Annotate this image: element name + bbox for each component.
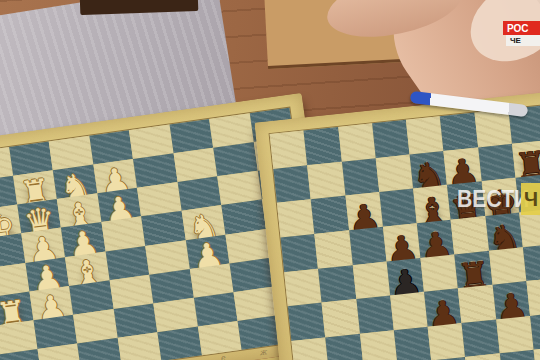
square-е1 bbox=[197, 321, 241, 355]
square-а2 bbox=[291, 337, 329, 360]
square-д5: ♟ bbox=[417, 220, 455, 258]
square-в7 bbox=[341, 158, 379, 196]
square-е4: ♜ bbox=[454, 250, 492, 288]
square-в6: ♟ bbox=[345, 192, 383, 230]
square-ж8 bbox=[474, 109, 512, 147]
square-а6 bbox=[277, 199, 315, 237]
tv-frame: ♜♞♟♚♛♝♟♟♟♞♟♝♟♜♟ абвгдежз 87654321 ♞♟♜♟♝♛… bbox=[0, 0, 540, 360]
square-д6: ♝ bbox=[413, 185, 451, 223]
channel-region-text: ЧЕ bbox=[510, 36, 521, 45]
square-д4 bbox=[420, 254, 458, 292]
square-в5 bbox=[349, 227, 387, 265]
square-ж2 bbox=[496, 316, 534, 354]
right-chessboard: ♞♟♜♟♝♛♚♟♟♞♟♜♟♟ абвгдежз 87654321 bbox=[254, 91, 540, 360]
square-е2 bbox=[462, 319, 500, 357]
square-г3 bbox=[390, 292, 428, 330]
square-е8 bbox=[440, 113, 478, 151]
square-а8 bbox=[270, 131, 308, 169]
square-г4: ♟ bbox=[386, 258, 424, 296]
vesti-watermark-badge: Ч bbox=[521, 183, 540, 215]
vesti-watermark: ВЕСТИ bbox=[457, 186, 529, 213]
square-б8 bbox=[304, 127, 342, 165]
square-а4 bbox=[284, 268, 322, 306]
channel-logo-text: РОС bbox=[507, 23, 529, 34]
square-д2 bbox=[428, 323, 466, 360]
square-д3: ♟ bbox=[424, 288, 462, 326]
square-б7 bbox=[307, 161, 345, 199]
square-д7: ♞ bbox=[410, 151, 448, 189]
square-б6 bbox=[311, 196, 349, 234]
right-board-grid: ♞♟♜♟♝♛♚♟♟♞♟♜♟♟ bbox=[269, 104, 540, 360]
square-в3 bbox=[356, 296, 394, 334]
square-г5: ♟ bbox=[383, 223, 421, 261]
square-з7: ♜ bbox=[512, 140, 540, 178]
vesti-watermark-text: ВЕСТИ bbox=[457, 186, 529, 212]
channel-logo: РОС bbox=[503, 21, 540, 35]
square-г8 bbox=[372, 120, 410, 158]
square-а5 bbox=[281, 234, 319, 272]
square-ж4 bbox=[488, 247, 526, 285]
square-б3 bbox=[322, 299, 360, 337]
square-в4 bbox=[352, 261, 390, 299]
square-б5 bbox=[315, 230, 353, 268]
square-г1 bbox=[117, 332, 161, 360]
square-е7: ♟ bbox=[444, 147, 482, 185]
square-е5 bbox=[451, 216, 489, 254]
square-г2 bbox=[394, 326, 432, 360]
square-б4 bbox=[318, 265, 356, 303]
channel-region-label: ЧЕ bbox=[506, 35, 540, 46]
vesti-badge-text: Ч bbox=[524, 188, 538, 211]
square-з4 bbox=[523, 243, 540, 281]
square-е3 bbox=[458, 285, 496, 323]
square-ж7 bbox=[478, 143, 516, 181]
square-а7 bbox=[273, 165, 311, 203]
square-ж3: ♟ bbox=[492, 281, 530, 319]
square-г7 bbox=[375, 154, 413, 192]
square-г6 bbox=[379, 189, 417, 227]
square-д8 bbox=[406, 116, 444, 154]
square-в2 bbox=[359, 330, 397, 360]
square-ж5: ♞ bbox=[485, 212, 523, 250]
square-а3 bbox=[288, 303, 326, 341]
square-з3 bbox=[526, 278, 540, 316]
square-д1 bbox=[157, 326, 201, 360]
square-б2 bbox=[325, 334, 363, 360]
square-в8 bbox=[338, 123, 376, 161]
